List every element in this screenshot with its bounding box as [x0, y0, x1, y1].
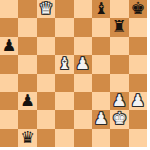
square-d4[interactable] [55, 74, 73, 92]
square-b5[interactable] [18, 55, 36, 73]
square-a5[interactable] [0, 55, 18, 73]
square-e7[interactable] [74, 18, 92, 36]
square-e2[interactable] [74, 110, 92, 128]
black-bishop-f8[interactable]: ♝ [94, 0, 109, 18]
square-d3[interactable] [55, 92, 73, 110]
square-h1[interactable] [129, 129, 147, 147]
square-a7[interactable] [0, 18, 18, 36]
square-d7[interactable] [55, 18, 73, 36]
white-pawn-g3[interactable]: ♟ [112, 92, 127, 110]
square-e5[interactable]: ♟ [74, 55, 92, 73]
square-e4[interactable] [74, 74, 92, 92]
square-a4[interactable] [0, 74, 18, 92]
square-g1[interactable] [110, 129, 128, 147]
square-d1[interactable] [55, 129, 73, 147]
square-a2[interactable] [0, 110, 18, 128]
square-f7[interactable] [92, 18, 110, 36]
square-d6[interactable] [55, 37, 73, 55]
square-e8[interactable] [74, 0, 92, 18]
square-c5[interactable] [37, 55, 55, 73]
chess-board: ♛♝♚♜♟♝♟♟♟♟♟♚♛ [0, 0, 147, 147]
square-f3[interactable] [92, 92, 110, 110]
square-d8[interactable] [55, 0, 73, 18]
square-a8[interactable] [0, 0, 18, 18]
square-c7[interactable] [37, 18, 55, 36]
square-b2[interactable] [18, 110, 36, 128]
square-g5[interactable] [110, 55, 128, 73]
square-g4[interactable] [110, 74, 128, 92]
square-c3[interactable] [37, 92, 55, 110]
white-king-g2[interactable]: ♚ [112, 110, 127, 128]
black-queen-b1[interactable]: ♛ [20, 129, 35, 147]
square-c8[interactable]: ♛ [37, 0, 55, 18]
square-h8[interactable]: ♚ [129, 0, 147, 18]
square-b6[interactable] [18, 37, 36, 55]
square-h2[interactable] [129, 110, 147, 128]
white-pawn-f2[interactable]: ♟ [94, 110, 109, 128]
white-pawn-h3[interactable]: ♟ [130, 92, 145, 110]
black-pawn-b3[interactable]: ♟ [20, 92, 35, 110]
square-e1[interactable] [74, 129, 92, 147]
square-g7[interactable]: ♜ [110, 18, 128, 36]
square-h3[interactable]: ♟ [129, 92, 147, 110]
white-queen-c8[interactable]: ♛ [39, 0, 54, 18]
square-g2[interactable]: ♚ [110, 110, 128, 128]
square-e3[interactable] [74, 92, 92, 110]
square-h6[interactable] [129, 37, 147, 55]
square-c6[interactable] [37, 37, 55, 55]
square-h4[interactable] [129, 74, 147, 92]
square-b3[interactable]: ♟ [18, 92, 36, 110]
square-c1[interactable] [37, 129, 55, 147]
square-d2[interactable] [55, 110, 73, 128]
square-e6[interactable] [74, 37, 92, 55]
square-h7[interactable] [129, 18, 147, 36]
white-pawn-e5[interactable]: ♟ [75, 55, 90, 73]
square-b8[interactable] [18, 0, 36, 18]
square-f1[interactable] [92, 129, 110, 147]
white-bishop-d5[interactable]: ♝ [57, 55, 72, 73]
square-a1[interactable] [0, 129, 18, 147]
square-g6[interactable] [110, 37, 128, 55]
black-rook-g7[interactable]: ♜ [112, 18, 127, 36]
square-c2[interactable] [37, 110, 55, 128]
square-b7[interactable] [18, 18, 36, 36]
square-a6[interactable]: ♟ [0, 37, 18, 55]
square-f4[interactable] [92, 74, 110, 92]
square-f8[interactable]: ♝ [92, 0, 110, 18]
square-h5[interactable] [129, 55, 147, 73]
square-f5[interactable] [92, 55, 110, 73]
square-b4[interactable] [18, 74, 36, 92]
square-f6[interactable] [92, 37, 110, 55]
square-g3[interactable]: ♟ [110, 92, 128, 110]
square-a3[interactable] [0, 92, 18, 110]
square-c4[interactable] [37, 74, 55, 92]
square-g8[interactable] [110, 0, 128, 18]
square-f2[interactable]: ♟ [92, 110, 110, 128]
square-b1[interactable]: ♛ [18, 129, 36, 147]
black-king-h8[interactable]: ♚ [130, 0, 145, 18]
square-d5[interactable]: ♝ [55, 55, 73, 73]
black-pawn-a6[interactable]: ♟ [2, 37, 17, 55]
